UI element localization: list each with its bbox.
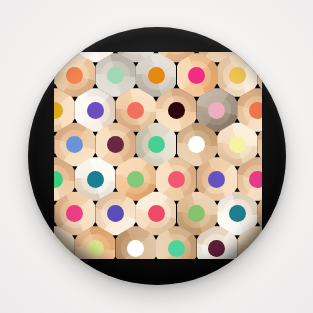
pencil-core (208, 102, 225, 119)
pencil-core (148, 205, 165, 222)
pencil-core (127, 171, 144, 188)
pencil-core (229, 205, 246, 222)
pencil-core (107, 205, 124, 222)
pencil-core (188, 67, 205, 84)
pencil-end (156, 225, 197, 260)
pencil-core (148, 67, 165, 84)
pencil-core (148, 136, 165, 153)
pencil-core (229, 67, 246, 84)
pencil-core (107, 136, 124, 153)
pencil-core (87, 240, 104, 257)
pencil-pattern-board (54, 52, 262, 259)
pencil-core (208, 240, 225, 257)
pencil-core (168, 171, 185, 188)
pencil-core (249, 171, 262, 188)
pencil-end (197, 225, 238, 260)
product-image (0, 0, 313, 313)
pencil-core (127, 102, 144, 119)
pencil-core (87, 171, 104, 188)
pencil-end (237, 225, 262, 260)
pencil-core (87, 102, 104, 119)
pencil-wood-disc (243, 52, 262, 55)
pencil-core (229, 136, 246, 153)
pencil-core (127, 240, 144, 257)
pencil-end (54, 225, 75, 260)
pencil-core (249, 102, 262, 119)
pencil-core (107, 67, 124, 84)
pencil-core (168, 102, 185, 119)
pencil-core (66, 67, 83, 84)
pencil-wood-disc (54, 52, 69, 55)
pencil-end (75, 225, 116, 260)
pencil-end (115, 225, 156, 260)
pencil-core (168, 240, 185, 257)
pin-badge (28, 27, 286, 285)
pencil-core (208, 171, 225, 188)
